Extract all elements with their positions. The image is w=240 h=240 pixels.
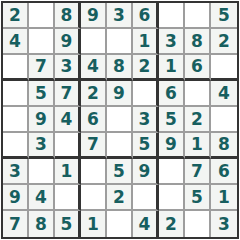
cell-r5c9-empty[interactable] bbox=[211, 107, 237, 133]
cell-r4c4-given: 2 bbox=[81, 81, 107, 107]
cell-r8c8-given: 5 bbox=[185, 185, 211, 211]
cell-r9c8-empty[interactable] bbox=[185, 211, 211, 237]
cell-r5c3-given: 4 bbox=[55, 107, 81, 133]
cell-r6c8-given: 1 bbox=[185, 133, 211, 159]
cell-r2c9-given: 2 bbox=[211, 29, 237, 55]
cell-r9c1-given: 7 bbox=[3, 211, 29, 237]
cell-r1c1-given: 2 bbox=[3, 3, 29, 29]
cell-r4c7-given: 6 bbox=[159, 81, 185, 107]
cell-r1c2-empty[interactable] bbox=[29, 3, 55, 29]
cell-r2c2-empty[interactable] bbox=[29, 29, 55, 55]
cell-r3c5-given: 8 bbox=[107, 55, 133, 81]
cell-r1c9-given: 5 bbox=[211, 3, 237, 29]
cell-r4c3-given: 7 bbox=[55, 81, 81, 107]
cell-r3c6-given: 2 bbox=[133, 55, 159, 81]
cell-r2c7-given: 3 bbox=[159, 29, 185, 55]
cell-r5c2-given: 9 bbox=[29, 107, 55, 133]
cell-r6c6-given: 5 bbox=[133, 133, 159, 159]
cell-r4c9-given: 4 bbox=[211, 81, 237, 107]
cell-r7c8-given: 7 bbox=[185, 159, 211, 185]
cell-r5c4-given: 6 bbox=[81, 107, 107, 133]
cell-r7c1-given: 3 bbox=[3, 159, 29, 185]
cell-r9c3-given: 5 bbox=[55, 211, 81, 237]
sudoku-board: 2893654913827348216572964946352375918315… bbox=[1, 1, 239, 239]
cell-r4c2-given: 5 bbox=[29, 81, 55, 107]
cell-r2c3-given: 9 bbox=[55, 29, 81, 55]
cell-r4c5-given: 9 bbox=[107, 81, 133, 107]
cell-r1c5-given: 3 bbox=[107, 3, 133, 29]
cell-r9c9-given: 3 bbox=[211, 211, 237, 237]
cell-r6c3-empty[interactable] bbox=[55, 133, 81, 159]
cell-r3c4-given: 4 bbox=[81, 55, 107, 81]
cell-r3c1-empty[interactable] bbox=[3, 55, 29, 81]
cell-r7c6-given: 9 bbox=[133, 159, 159, 185]
cell-r8c7-empty[interactable] bbox=[159, 185, 185, 211]
cell-r3c8-given: 6 bbox=[185, 55, 211, 81]
cell-r1c6-given: 6 bbox=[133, 3, 159, 29]
cell-r6c7-given: 9 bbox=[159, 133, 185, 159]
cell-r8c6-empty[interactable] bbox=[133, 185, 159, 211]
cell-r6c9-given: 8 bbox=[211, 133, 237, 159]
cell-r7c9-given: 6 bbox=[211, 159, 237, 185]
cell-r5c7-given: 5 bbox=[159, 107, 185, 133]
cell-r8c2-given: 4 bbox=[29, 185, 55, 211]
cell-r8c1-given: 9 bbox=[3, 185, 29, 211]
cell-r8c3-empty[interactable] bbox=[55, 185, 81, 211]
cell-r6c5-empty[interactable] bbox=[107, 133, 133, 159]
cell-r2c8-given: 8 bbox=[185, 29, 211, 55]
cell-r7c7-empty[interactable] bbox=[159, 159, 185, 185]
cell-r3c2-given: 7 bbox=[29, 55, 55, 81]
cell-r4c8-empty[interactable] bbox=[185, 81, 211, 107]
cell-r9c5-empty[interactable] bbox=[107, 211, 133, 237]
cell-r6c4-given: 7 bbox=[81, 133, 107, 159]
cell-r5c6-given: 3 bbox=[133, 107, 159, 133]
cell-r6c2-given: 3 bbox=[29, 133, 55, 159]
cell-r1c8-empty[interactable] bbox=[185, 3, 211, 29]
cell-r1c7-empty[interactable] bbox=[159, 3, 185, 29]
cell-r6c1-empty[interactable] bbox=[3, 133, 29, 159]
cell-r8c9-given: 1 bbox=[211, 185, 237, 211]
sudoku-page: 2893654913827348216572964946352375918315… bbox=[0, 0, 240, 240]
cell-r7c4-empty[interactable] bbox=[81, 159, 107, 185]
cell-r2c5-empty[interactable] bbox=[107, 29, 133, 55]
cell-r8c5-given: 2 bbox=[107, 185, 133, 211]
cell-r7c2-empty[interactable] bbox=[29, 159, 55, 185]
cell-r7c5-given: 5 bbox=[107, 159, 133, 185]
cell-r3c9-empty[interactable] bbox=[211, 55, 237, 81]
cell-r2c1-given: 4 bbox=[3, 29, 29, 55]
cell-r5c1-empty[interactable] bbox=[3, 107, 29, 133]
cell-r5c8-given: 2 bbox=[185, 107, 211, 133]
cell-r5c5-empty[interactable] bbox=[107, 107, 133, 133]
cell-r1c3-given: 8 bbox=[55, 3, 81, 29]
cell-r9c4-given: 1 bbox=[81, 211, 107, 237]
cell-r4c6-empty[interactable] bbox=[133, 81, 159, 107]
cell-r8c4-empty[interactable] bbox=[81, 185, 107, 211]
cell-r1c4-given: 9 bbox=[81, 3, 107, 29]
cell-r2c4-empty[interactable] bbox=[81, 29, 107, 55]
cell-r3c7-given: 1 bbox=[159, 55, 185, 81]
cell-r3c3-given: 3 bbox=[55, 55, 81, 81]
cell-r2c6-given: 1 bbox=[133, 29, 159, 55]
cell-r9c6-given: 4 bbox=[133, 211, 159, 237]
cell-r9c7-given: 2 bbox=[159, 211, 185, 237]
cell-r7c3-given: 1 bbox=[55, 159, 81, 185]
cell-r9c2-given: 8 bbox=[29, 211, 55, 237]
cell-r4c1-empty[interactable] bbox=[3, 81, 29, 107]
